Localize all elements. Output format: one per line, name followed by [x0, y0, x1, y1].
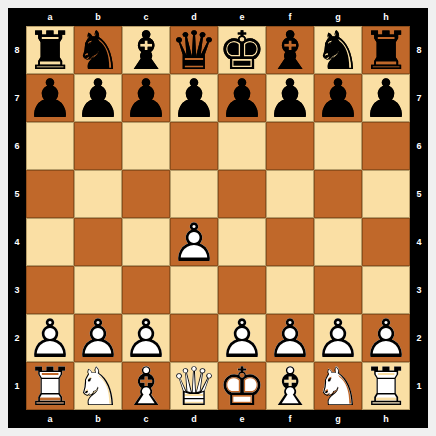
- black-bishop-icon: ♝︎♗︎: [122, 26, 170, 74]
- square-f6[interactable]: [266, 122, 314, 170]
- piece-fill: ♝︎: [122, 362, 170, 410]
- square-d1[interactable]: ♛︎♕︎: [170, 362, 218, 410]
- white-rook-icon: ♜︎♖︎: [362, 362, 410, 410]
- rank-label-3: 3: [410, 266, 428, 314]
- square-b4[interactable]: [74, 218, 122, 266]
- square-a1[interactable]: ♜︎♖︎: [26, 362, 74, 410]
- square-c6[interactable]: [122, 122, 170, 170]
- file-label-f: f: [266, 8, 314, 26]
- square-c2[interactable]: ♟︎♙︎: [122, 314, 170, 362]
- white-queen-icon: ♛︎♕︎: [170, 362, 218, 410]
- rank-label-8: 8: [410, 26, 428, 74]
- rank-label-4: 4: [8, 218, 26, 266]
- black-king-icon: ♚︎♔︎: [218, 26, 266, 74]
- black-bishop-icon: ♝︎♗︎: [266, 26, 314, 74]
- piece-fill: ♟︎: [74, 74, 122, 122]
- piece-outline: ♔︎: [218, 26, 266, 74]
- white-bishop-icon: ♝︎♗︎: [122, 362, 170, 410]
- piece-fill: ♜︎: [26, 362, 74, 410]
- file-label-d: d: [170, 8, 218, 26]
- rank-label-3: 3: [8, 266, 26, 314]
- square-f3[interactable]: [266, 266, 314, 314]
- piece-outline: ♙︎: [314, 74, 362, 122]
- file-label-f: f: [266, 410, 314, 428]
- piece-fill: ♞︎: [314, 362, 362, 410]
- square-f2[interactable]: ♟︎♙︎: [266, 314, 314, 362]
- piece-outline: ♙︎: [170, 74, 218, 122]
- rank-label-7: 7: [8, 74, 26, 122]
- piece-outline: ♙︎: [266, 74, 314, 122]
- square-g2[interactable]: ♟︎♙︎: [314, 314, 362, 362]
- piece-fill: ♞︎: [74, 26, 122, 74]
- rank-label-2: 2: [410, 314, 428, 362]
- black-knight-icon: ♞︎♘︎: [314, 26, 362, 74]
- rank-label-1: 1: [8, 362, 26, 410]
- board-squares: ♜︎♖︎♞︎♘︎♝︎♗︎♛︎♕︎♚︎♔︎♝︎♗︎♞︎♘︎♜︎♖︎♟︎♙︎♟︎♙︎…: [26, 26, 410, 410]
- square-c1[interactable]: ♝︎♗︎: [122, 362, 170, 410]
- piece-fill: ♟︎: [26, 314, 74, 362]
- square-h3[interactable]: [362, 266, 410, 314]
- square-h5[interactable]: [362, 170, 410, 218]
- black-pawn-icon: ♟︎♙︎: [314, 74, 362, 122]
- square-b2[interactable]: ♟︎♙︎: [74, 314, 122, 362]
- piece-fill: ♟︎: [122, 314, 170, 362]
- piece-outline: ♙︎: [122, 314, 170, 362]
- square-b8[interactable]: ♞︎♘︎: [74, 26, 122, 74]
- piece-outline: ♘︎: [74, 362, 122, 410]
- piece-outline: ♘︎: [314, 362, 362, 410]
- square-e4[interactable]: [218, 218, 266, 266]
- piece-outline: ♗︎: [122, 26, 170, 74]
- square-a2[interactable]: ♟︎♙︎: [26, 314, 74, 362]
- square-h6[interactable]: [362, 122, 410, 170]
- piece-outline: ♗︎: [266, 26, 314, 74]
- black-queen-icon: ♛︎♕︎: [170, 26, 218, 74]
- square-f1[interactable]: ♝︎♗︎: [266, 362, 314, 410]
- board-frame-corner: [8, 410, 26, 428]
- square-g7[interactable]: ♟︎♙︎: [314, 74, 362, 122]
- white-knight-icon: ♞︎♘︎: [74, 362, 122, 410]
- piece-outline: ♙︎: [74, 314, 122, 362]
- piece-fill: ♟︎: [314, 314, 362, 362]
- piece-outline: ♖︎: [26, 362, 74, 410]
- square-f8[interactable]: ♝︎♗︎: [266, 26, 314, 74]
- file-label-d: d: [170, 410, 218, 428]
- white-rook-icon: ♜︎♖︎: [26, 362, 74, 410]
- piece-outline: ♙︎: [122, 74, 170, 122]
- piece-fill: ♟︎: [170, 218, 218, 266]
- square-f5[interactable]: [266, 170, 314, 218]
- black-pawn-icon: ♟︎♙︎: [74, 74, 122, 122]
- square-d3[interactable]: [170, 266, 218, 314]
- piece-outline: ♖︎: [26, 26, 74, 74]
- rank-label-5: 5: [8, 170, 26, 218]
- piece-outline: ♘︎: [314, 26, 362, 74]
- rank-label-6: 6: [8, 122, 26, 170]
- board-frame-corner: [8, 8, 26, 26]
- piece-fill: ♝︎: [266, 26, 314, 74]
- square-a7[interactable]: ♟︎♙︎: [26, 74, 74, 122]
- white-pawn-icon: ♟︎♙︎: [266, 314, 314, 362]
- square-b6[interactable]: [74, 122, 122, 170]
- black-pawn-icon: ♟︎♙︎: [362, 74, 410, 122]
- chess-board: abcdefgh 87654321 ♜︎♖︎♞︎♘︎♝︎♗︎♛︎♕︎♚︎♔︎♝︎…: [8, 8, 428, 428]
- square-b7[interactable]: ♟︎♙︎: [74, 74, 122, 122]
- square-c3[interactable]: [122, 266, 170, 314]
- file-label-b: b: [74, 8, 122, 26]
- square-h1[interactable]: ♜︎♖︎: [362, 362, 410, 410]
- piece-fill: ♟︎: [74, 314, 122, 362]
- piece-outline: ♘︎: [74, 26, 122, 74]
- square-f7[interactable]: ♟︎♙︎: [266, 74, 314, 122]
- rank-labels-right: 87654321: [410, 26, 428, 410]
- piece-outline: ♖︎: [362, 26, 410, 74]
- square-c4[interactable]: [122, 218, 170, 266]
- rank-label-4: 4: [410, 218, 428, 266]
- file-labels-bottom: abcdefgh: [26, 410, 410, 428]
- piece-outline: ♗︎: [266, 362, 314, 410]
- piece-fill: ♜︎: [26, 26, 74, 74]
- piece-outline: ♙︎: [362, 74, 410, 122]
- square-a4[interactable]: [26, 218, 74, 266]
- piece-outline: ♙︎: [266, 314, 314, 362]
- file-label-a: a: [26, 410, 74, 428]
- piece-outline: ♙︎: [362, 314, 410, 362]
- piece-fill: ♝︎: [122, 26, 170, 74]
- white-king-icon: ♚︎♔︎: [218, 362, 266, 410]
- piece-fill: ♞︎: [74, 362, 122, 410]
- piece-outline: ♗︎: [122, 362, 170, 410]
- white-pawn-icon: ♟︎♙︎: [122, 314, 170, 362]
- black-knight-icon: ♞︎♘︎: [74, 26, 122, 74]
- piece-fill: ♝︎: [266, 362, 314, 410]
- square-g6[interactable]: [314, 122, 362, 170]
- board-frame-corner: [410, 410, 428, 428]
- board-frame-corner: [410, 8, 428, 26]
- white-pawn-icon: ♟︎♙︎: [170, 218, 218, 266]
- piece-fill: ♟︎: [362, 74, 410, 122]
- square-e8[interactable]: ♚︎♔︎: [218, 26, 266, 74]
- square-g3[interactable]: [314, 266, 362, 314]
- rank-label-1: 1: [410, 362, 428, 410]
- white-pawn-icon: ♟︎♙︎: [74, 314, 122, 362]
- white-pawn-icon: ♟︎♙︎: [362, 314, 410, 362]
- file-label-h: h: [362, 8, 410, 26]
- square-h2[interactable]: ♟︎♙︎: [362, 314, 410, 362]
- square-b1[interactable]: ♞︎♘︎: [74, 362, 122, 410]
- square-d4[interactable]: ♟︎♙︎: [170, 218, 218, 266]
- piece-fill: ♟︎: [266, 314, 314, 362]
- white-bishop-icon: ♝︎♗︎: [266, 362, 314, 410]
- square-b5[interactable]: [74, 170, 122, 218]
- piece-fill: ♟︎: [218, 74, 266, 122]
- rank-label-8: 8: [8, 26, 26, 74]
- piece-outline: ♕︎: [170, 26, 218, 74]
- square-d8[interactable]: ♛︎♕︎: [170, 26, 218, 74]
- piece-fill: ♟︎: [122, 74, 170, 122]
- piece-outline: ♙︎: [26, 74, 74, 122]
- piece-outline: ♙︎: [26, 314, 74, 362]
- black-pawn-icon: ♟︎♙︎: [218, 74, 266, 122]
- square-e1[interactable]: ♚︎♔︎: [218, 362, 266, 410]
- file-label-e: e: [218, 8, 266, 26]
- piece-fill: ♟︎: [26, 74, 74, 122]
- piece-fill: ♛︎: [170, 362, 218, 410]
- square-g8[interactable]: ♞︎♘︎: [314, 26, 362, 74]
- white-pawn-icon: ♟︎♙︎: [218, 314, 266, 362]
- square-g4[interactable]: [314, 218, 362, 266]
- square-d7[interactable]: ♟︎♙︎: [170, 74, 218, 122]
- square-e2[interactable]: ♟︎♙︎: [218, 314, 266, 362]
- file-labels-top: abcdefgh: [26, 8, 410, 26]
- square-a3[interactable]: [26, 266, 74, 314]
- white-knight-icon: ♞︎♘︎: [314, 362, 362, 410]
- square-h7[interactable]: ♟︎♙︎: [362, 74, 410, 122]
- square-a6[interactable]: [26, 122, 74, 170]
- square-e3[interactable]: [218, 266, 266, 314]
- piece-fill: ♟︎: [218, 314, 266, 362]
- rank-label-6: 6: [410, 122, 428, 170]
- piece-fill: ♚︎: [218, 362, 266, 410]
- piece-fill: ♟︎: [170, 74, 218, 122]
- file-label-g: g: [314, 8, 362, 26]
- black-pawn-icon: ♟︎♙︎: [170, 74, 218, 122]
- square-d5[interactable]: [170, 170, 218, 218]
- black-pawn-icon: ♟︎♙︎: [26, 74, 74, 122]
- square-h4[interactable]: [362, 218, 410, 266]
- rank-label-2: 2: [8, 314, 26, 362]
- white-pawn-icon: ♟︎♙︎: [26, 314, 74, 362]
- square-b3[interactable]: [74, 266, 122, 314]
- piece-fill: ♟︎: [266, 74, 314, 122]
- rank-label-5: 5: [410, 170, 428, 218]
- square-d2[interactable]: [170, 314, 218, 362]
- piece-outline: ♔︎: [218, 362, 266, 410]
- square-e7[interactable]: ♟︎♙︎: [218, 74, 266, 122]
- square-g1[interactable]: ♞︎♘︎: [314, 362, 362, 410]
- file-label-c: c: [122, 8, 170, 26]
- page-background: abcdefgh 87654321 ♜︎♖︎♞︎♘︎♝︎♗︎♛︎♕︎♚︎♔︎♝︎…: [0, 0, 436, 436]
- file-label-e: e: [218, 410, 266, 428]
- rank-label-7: 7: [410, 74, 428, 122]
- square-g5[interactable]: [314, 170, 362, 218]
- black-pawn-icon: ♟︎♙︎: [122, 74, 170, 122]
- square-f4[interactable]: [266, 218, 314, 266]
- piece-outline: ♙︎: [74, 74, 122, 122]
- white-pawn-icon: ♟︎♙︎: [314, 314, 362, 362]
- piece-fill: ♛︎: [170, 26, 218, 74]
- black-pawn-icon: ♟︎♙︎: [266, 74, 314, 122]
- square-a5[interactable]: [26, 170, 74, 218]
- piece-outline: ♙︎: [314, 314, 362, 362]
- file-label-h: h: [362, 410, 410, 428]
- piece-fill: ♜︎: [362, 26, 410, 74]
- piece-outline: ♕︎: [170, 362, 218, 410]
- file-label-g: g: [314, 410, 362, 428]
- square-a8[interactable]: ♜︎♖︎: [26, 26, 74, 74]
- piece-outline: ♙︎: [218, 314, 266, 362]
- square-d6[interactable]: [170, 122, 218, 170]
- square-e6[interactable]: [218, 122, 266, 170]
- file-label-c: c: [122, 410, 170, 428]
- square-c7[interactable]: ♟︎♙︎: [122, 74, 170, 122]
- piece-fill: ♜︎: [362, 362, 410, 410]
- piece-outline: ♙︎: [170, 218, 218, 266]
- black-rook-icon: ♜︎♖︎: [362, 26, 410, 74]
- square-c5[interactable]: [122, 170, 170, 218]
- piece-fill: ♚︎: [218, 26, 266, 74]
- piece-fill: ♟︎: [314, 74, 362, 122]
- piece-outline: ♖︎: [362, 362, 410, 410]
- rank-labels-left: 87654321: [8, 26, 26, 410]
- file-label-b: b: [74, 410, 122, 428]
- black-rook-icon: ♜︎♖︎: [26, 26, 74, 74]
- piece-fill: ♟︎: [362, 314, 410, 362]
- square-e5[interactable]: [218, 170, 266, 218]
- file-label-a: a: [26, 8, 74, 26]
- square-h8[interactable]: ♜︎♖︎: [362, 26, 410, 74]
- piece-fill: ♞︎: [314, 26, 362, 74]
- square-c8[interactable]: ♝︎♗︎: [122, 26, 170, 74]
- piece-outline: ♙︎: [218, 74, 266, 122]
